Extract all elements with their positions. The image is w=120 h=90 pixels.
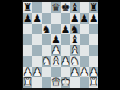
piece-white-pawn: ♟ <box>32 66 41 77</box>
square-d3[interactable]: ♝ <box>51 56 60 67</box>
square-a1[interactable]: ♜ <box>23 77 32 88</box>
square-g4[interactable] <box>80 45 89 56</box>
piece-black-rook: ♜ <box>89 2 98 13</box>
square-d1[interactable]: ♛ <box>51 77 60 88</box>
letterbox-left <box>0 0 22 90</box>
piece-black-rook: ♜ <box>23 2 32 13</box>
piece-black-pawn: ♟ <box>80 12 89 23</box>
square-e3[interactable]: ♟ <box>61 56 70 67</box>
square-b2[interactable]: ♟ <box>32 67 41 78</box>
square-c5[interactable] <box>42 34 51 45</box>
square-a8[interactable]: ♜ <box>23 2 32 13</box>
square-c8[interactable] <box>42 2 51 13</box>
square-c3[interactable]: ♞ <box>42 56 51 67</box>
square-h8[interactable]: ♜ <box>89 2 98 13</box>
square-f5[interactable]: ♝ <box>70 34 79 45</box>
square-d5[interactable]: ♟ <box>51 34 60 45</box>
square-g7[interactable]: ♟ <box>80 13 89 24</box>
piece-black-pawn: ♟ <box>32 12 41 23</box>
piece-white-pawn: ♟ <box>70 66 79 77</box>
square-g3[interactable] <box>80 56 89 67</box>
piece-white-knight: ♞ <box>42 55 51 66</box>
piece-black-pawn: ♟ <box>89 12 98 23</box>
square-g1[interactable] <box>80 77 89 88</box>
piece-black-pawn: ♟ <box>23 12 32 23</box>
square-c6[interactable]: ♞ <box>42 24 51 35</box>
square-b4[interactable] <box>32 45 41 56</box>
square-a7[interactable]: ♟ <box>23 13 32 24</box>
piece-black-queen: ♛ <box>51 2 60 13</box>
letterbox-right <box>98 0 120 90</box>
square-g2[interactable]: ♟ <box>80 67 89 78</box>
square-e7[interactable] <box>61 13 70 24</box>
square-e4[interactable] <box>61 45 70 56</box>
square-h5[interactable] <box>89 34 98 45</box>
piece-black-pawn: ♟ <box>70 12 79 23</box>
piece-white-rook: ♜ <box>89 77 98 88</box>
square-c2[interactable] <box>42 67 51 78</box>
piece-white-pawn: ♟ <box>80 66 89 77</box>
square-h4[interactable] <box>89 45 98 56</box>
square-e5[interactable] <box>61 34 70 45</box>
square-f4[interactable]: ♝ <box>70 45 79 56</box>
square-b1[interactable] <box>32 77 41 88</box>
video-frame: ♜♛♚♝♜♟♟♟♟♟♞♟♞♟♝♟♝♞♝♟♞♟♟♟♟♟♜♛♚♜ <box>0 0 120 90</box>
piece-white-pawn: ♟ <box>23 66 32 77</box>
square-d6[interactable] <box>51 24 60 35</box>
square-e1[interactable]: ♚ <box>61 77 70 88</box>
square-e2[interactable] <box>61 67 70 78</box>
square-h3[interactable] <box>89 56 98 67</box>
square-b7[interactable]: ♟ <box>32 13 41 24</box>
square-g5[interactable] <box>80 34 89 45</box>
square-f6[interactable]: ♞ <box>70 24 79 35</box>
square-a4[interactable] <box>23 45 32 56</box>
square-d8[interactable]: ♛ <box>51 2 60 13</box>
square-d4[interactable]: ♟ <box>51 45 60 56</box>
piece-black-bishop: ♝ <box>70 34 79 45</box>
chess-board: ♜♛♚♝♜♟♟♟♟♟♞♟♞♟♝♟♝♞♝♟♞♟♟♟♟♟♜♛♚♜ <box>23 2 97 88</box>
square-a3[interactable] <box>23 56 32 67</box>
square-e8[interactable]: ♚ <box>61 2 70 13</box>
square-h2[interactable]: ♟ <box>89 67 98 78</box>
square-f2[interactable]: ♟ <box>70 67 79 78</box>
square-f7[interactable]: ♟ <box>70 13 79 24</box>
piece-white-pawn: ♟ <box>51 45 60 56</box>
piece-white-pawn: ♟ <box>61 55 70 66</box>
square-a2[interactable]: ♟ <box>23 67 32 78</box>
square-a5[interactable] <box>23 34 32 45</box>
square-h1[interactable]: ♜ <box>89 77 98 88</box>
square-c1[interactable] <box>42 77 51 88</box>
piece-black-king: ♚ <box>61 2 70 13</box>
piece-white-rook: ♜ <box>23 77 32 88</box>
piece-white-queen: ♛ <box>51 77 60 88</box>
piece-white-king: ♚ <box>61 77 70 88</box>
piece-black-pawn: ♟ <box>51 34 60 45</box>
piece-black-bishop: ♝ <box>70 2 79 13</box>
piece-black-knight: ♞ <box>70 23 79 34</box>
square-g6[interactable] <box>80 24 89 35</box>
square-b3[interactable] <box>32 56 41 67</box>
square-h6[interactable] <box>89 24 98 35</box>
square-h7[interactable]: ♟ <box>89 13 98 24</box>
board-frame: ♜♛♚♝♜♟♟♟♟♟♞♟♞♟♝♟♝♞♝♟♞♟♟♟♟♟♜♛♚♜ <box>22 0 98 90</box>
square-g8[interactable] <box>80 2 89 13</box>
piece-white-pawn: ♟ <box>89 66 98 77</box>
piece-white-bishop: ♝ <box>70 45 79 56</box>
square-f8[interactable]: ♝ <box>70 2 79 13</box>
square-b6[interactable] <box>32 24 41 35</box>
square-f3[interactable]: ♞ <box>70 56 79 67</box>
square-a6[interactable] <box>23 24 32 35</box>
square-b5[interactable] <box>32 34 41 45</box>
piece-black-pawn: ♟ <box>61 23 70 34</box>
piece-white-bishop: ♝ <box>51 55 60 66</box>
square-f1[interactable] <box>70 77 79 88</box>
piece-black-knight: ♞ <box>42 23 51 34</box>
square-c7[interactable] <box>42 13 51 24</box>
square-b8[interactable] <box>32 2 41 13</box>
square-c4[interactable] <box>42 45 51 56</box>
square-d2[interactable] <box>51 67 60 78</box>
square-e6[interactable]: ♟ <box>61 24 70 35</box>
square-d7[interactable] <box>51 13 60 24</box>
piece-white-knight: ♞ <box>70 55 79 66</box>
